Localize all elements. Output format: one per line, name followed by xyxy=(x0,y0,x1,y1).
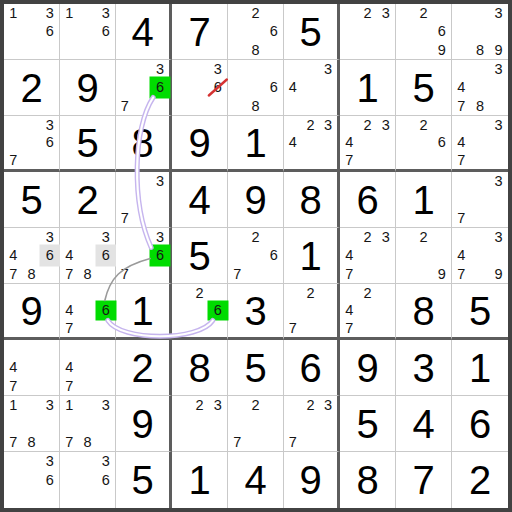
empty-slot xyxy=(489,97,508,115)
candidate-7[interactable]: 7 xyxy=(452,151,471,169)
candidate-9[interactable]: 9 xyxy=(433,265,451,283)
empty-slot xyxy=(377,284,395,302)
cell-r9c8[interactable]: 7 xyxy=(396,452,452,508)
empty-slot xyxy=(302,319,320,337)
cell-r8c2[interactable]: 1378 xyxy=(60,396,116,452)
empty-slot xyxy=(134,265,152,283)
digit: 1 xyxy=(284,228,337,283)
candidate-3[interactable]: 3 xyxy=(151,228,169,246)
candidate-7[interactable]: 7 xyxy=(340,265,358,283)
candidate-7[interactable]: 7 xyxy=(116,209,134,227)
cell-r5c5[interactable]: 267 xyxy=(228,228,284,284)
cell-r2c6[interactable]: 34 xyxy=(284,60,340,116)
candidate-4[interactable]: 4 xyxy=(60,358,78,376)
candidate-8[interactable]: 8 xyxy=(78,433,96,451)
candidate-3[interactable]: 3 xyxy=(151,60,169,78)
candidate-3[interactable]: 3 xyxy=(489,60,508,78)
candidate-8[interactable]: 8 xyxy=(22,433,40,451)
cell-r6c7[interactable]: 247 xyxy=(340,284,396,340)
candidate-1[interactable]: 1 xyxy=(60,396,78,414)
candidate-grid: 47 xyxy=(4,340,59,395)
cell-r7c6[interactable]: 6 xyxy=(284,340,340,396)
candidate-6[interactable]: 6 xyxy=(151,246,169,264)
candidate-4[interactable]: 4 xyxy=(284,78,302,96)
empty-slot xyxy=(414,265,432,283)
cell-r9c7[interactable]: 8 xyxy=(340,452,396,508)
candidate-2[interactable]: 2 xyxy=(414,116,432,134)
cell-r1c8[interactable]: 269 xyxy=(396,4,452,60)
candidate-3[interactable]: 3 xyxy=(41,116,59,134)
candidate-grid: 269 xyxy=(396,4,451,59)
empty-slot xyxy=(172,414,190,432)
empty-slot xyxy=(22,340,40,358)
cell-r5c3[interactable]: 367 xyxy=(116,228,172,284)
empty-slot xyxy=(228,228,246,246)
empty-slot xyxy=(246,78,264,96)
cell-r5c8[interactable]: 29 xyxy=(396,228,452,284)
empty-slot xyxy=(358,41,376,59)
cell-r7c9[interactable]: 1 xyxy=(452,340,508,396)
candidate-2[interactable]: 2 xyxy=(358,4,376,22)
empty-slot xyxy=(209,97,227,115)
digit: 3 xyxy=(228,284,283,337)
empty-slot xyxy=(60,340,78,358)
empty-slot xyxy=(172,396,190,414)
candidate-2[interactable]: 2 xyxy=(246,4,264,22)
empty-slot xyxy=(396,134,414,152)
candidate-4[interactable]: 4 xyxy=(340,134,358,152)
candidate-6[interactable]: 6 xyxy=(41,134,59,152)
cell-r2c4[interactable]: 36 xyxy=(172,60,228,116)
empty-slot xyxy=(284,302,302,320)
candidate-7[interactable]: 7 xyxy=(60,433,78,451)
candidate-3[interactable]: 3 xyxy=(97,396,115,414)
candidate-4[interactable]: 4 xyxy=(452,78,471,96)
cell-r4c7[interactable]: 6 xyxy=(340,172,396,228)
cell-r5c9[interactable]: 3479 xyxy=(452,228,508,284)
candidate-7[interactable]: 7 xyxy=(340,319,358,337)
candidate-grid: 37 xyxy=(452,172,508,227)
digit: 2 xyxy=(116,340,169,395)
cell-r4c4[interactable]: 4 xyxy=(172,172,228,228)
empty-slot xyxy=(116,228,134,246)
candidate-6[interactable]: 6 xyxy=(97,22,115,40)
empty-slot xyxy=(209,433,227,451)
cell-r3c2[interactable]: 5 xyxy=(60,116,116,172)
cell-r1c1[interactable]: 136 xyxy=(4,4,60,60)
candidate-4[interactable]: 4 xyxy=(284,134,302,152)
candidate-7[interactable]: 7 xyxy=(228,433,246,451)
candidate-2[interactable]: 2 xyxy=(302,116,320,134)
candidate-3[interactable]: 3 xyxy=(377,116,395,134)
empty-slot xyxy=(319,97,337,115)
candidate-8[interactable]: 8 xyxy=(471,41,490,59)
candidate-grid: 2347 xyxy=(340,116,395,169)
cell-r6c2[interactable]: 467 xyxy=(60,284,116,340)
candidate-1[interactable]: 1 xyxy=(4,396,22,414)
candidate-4[interactable]: 4 xyxy=(60,246,78,264)
cell-r6c9[interactable]: 5 xyxy=(452,284,508,340)
empty-slot xyxy=(228,41,246,59)
empty-slot xyxy=(190,433,208,451)
candidate-4[interactable]: 4 xyxy=(4,246,22,264)
cell-r9c1[interactable]: 36 xyxy=(4,452,60,508)
candidate-2[interactable]: 2 xyxy=(302,284,320,302)
cell-r6c8[interactable]: 8 xyxy=(396,284,452,340)
empty-slot xyxy=(284,414,302,432)
candidate-grid: 389 xyxy=(452,4,508,59)
digit: 3 xyxy=(396,340,451,395)
candidate-grid: 3478 xyxy=(452,60,508,115)
empty-slot xyxy=(190,97,208,115)
empty-slot xyxy=(22,396,40,414)
candidate-grid: 27 xyxy=(228,396,283,451)
candidate-3[interactable]: 3 xyxy=(41,4,59,22)
candidate-6[interactable]: 6 xyxy=(265,22,283,40)
candidate-7[interactable]: 7 xyxy=(60,377,78,395)
cell-r5c7[interactable]: 2347 xyxy=(340,228,396,284)
cell-r7c3[interactable]: 2 xyxy=(116,340,172,396)
candidate-8[interactable]: 8 xyxy=(246,97,264,115)
empty-slot xyxy=(134,60,152,78)
candidate-3[interactable]: 3 xyxy=(489,4,508,22)
cell-r8c6[interactable]: 237 xyxy=(284,396,340,452)
candidate-7[interactable]: 7 xyxy=(452,97,471,115)
empty-slot xyxy=(22,471,40,490)
digit: 6 xyxy=(284,340,337,395)
cell-r9c2[interactable]: 36 xyxy=(60,452,116,508)
candidate-7[interactable]: 7 xyxy=(116,265,134,283)
candidate-3[interactable]: 3 xyxy=(377,228,395,246)
empty-slot xyxy=(471,246,490,264)
cell-r4c1[interactable]: 5 xyxy=(4,172,60,228)
cell-r5c4[interactable]: 5 xyxy=(172,228,228,284)
cell-r3c1[interactable]: 367 xyxy=(4,116,60,172)
candidate-7[interactable]: 7 xyxy=(4,151,22,169)
candidate-3[interactable]: 3 xyxy=(319,116,337,134)
candidate-3[interactable]: 3 xyxy=(209,60,227,78)
empty-slot xyxy=(22,452,40,471)
cell-r1c9[interactable]: 389 xyxy=(452,4,508,60)
cell-r5c1[interactable]: 34678 xyxy=(4,228,60,284)
candidate-3[interactable]: 3 xyxy=(209,396,227,414)
candidate-2[interactable]: 2 xyxy=(358,228,376,246)
empty-slot xyxy=(78,41,96,59)
cell-r9c9[interactable]: 2 xyxy=(452,452,508,508)
empty-slot xyxy=(4,414,22,432)
candidate-2[interactable]: 2 xyxy=(414,228,432,246)
candidate-8[interactable]: 8 xyxy=(471,97,490,115)
digit: 9 xyxy=(284,452,337,508)
candidate-4[interactable]: 4 xyxy=(60,302,78,320)
candidate-6[interactable]: 6 xyxy=(41,471,59,490)
candidate-8[interactable]: 8 xyxy=(78,265,96,283)
cell-r7c1[interactable]: 47 xyxy=(4,340,60,396)
candidate-2[interactable]: 2 xyxy=(358,284,376,302)
candidate-4[interactable]: 4 xyxy=(452,246,471,264)
cell-r4c3[interactable]: 37 xyxy=(116,172,172,228)
candidate-grid: 237 xyxy=(284,396,337,451)
candidate-2[interactable]: 2 xyxy=(302,396,320,414)
candidate-3[interactable]: 3 xyxy=(151,172,169,190)
empty-slot xyxy=(471,190,490,208)
empty-slot xyxy=(172,78,190,96)
cell-r5c6[interactable]: 1 xyxy=(284,228,340,284)
cell-r4c2[interactable]: 2 xyxy=(60,172,116,228)
candidate-2[interactable]: 2 xyxy=(190,396,208,414)
digit: 5 xyxy=(60,116,115,169)
empty-slot xyxy=(377,22,395,40)
candidate-7[interactable]: 7 xyxy=(4,265,22,283)
cell-r4c8[interactable]: 1 xyxy=(396,172,452,228)
candidate-7[interactable]: 7 xyxy=(452,209,471,227)
candidate-2[interactable]: 2 xyxy=(246,228,264,246)
cell-r1c3[interactable]: 4 xyxy=(116,4,172,60)
cell-r2c1[interactable]: 2 xyxy=(4,60,60,116)
cell-r6c4[interactable]: 26 xyxy=(172,284,228,340)
candidate-6[interactable]: 6 xyxy=(41,22,59,40)
cell-r6c1[interactable]: 9 xyxy=(4,284,60,340)
cell-r2c8[interactable]: 5 xyxy=(396,60,452,116)
empty-slot xyxy=(319,433,337,451)
candidate-grid: 1378 xyxy=(60,396,115,451)
cell-r3c6[interactable]: 234 xyxy=(284,116,340,172)
candidate-4[interactable]: 4 xyxy=(340,302,358,320)
empty-slot xyxy=(452,172,471,190)
cell-r3c9[interactable]: 347 xyxy=(452,116,508,172)
empty-slot xyxy=(396,41,414,59)
candidate-1[interactable]: 1 xyxy=(4,4,22,22)
candidate-3[interactable]: 3 xyxy=(489,116,508,134)
candidate-8[interactable]: 8 xyxy=(22,265,40,283)
candidate-grid: 26 xyxy=(172,284,227,337)
candidate-grid: 267 xyxy=(228,228,283,283)
candidate-6[interactable]: 6 xyxy=(151,78,169,96)
candidate-3[interactable]: 3 xyxy=(319,60,337,78)
cell-r9c6[interactable]: 9 xyxy=(284,452,340,508)
cell-r1c4[interactable]: 7 xyxy=(172,4,228,60)
cell-r8c5[interactable]: 27 xyxy=(228,396,284,452)
empty-slot xyxy=(97,265,115,283)
digit: 6 xyxy=(340,172,395,227)
candidate-3[interactable]: 3 xyxy=(377,4,395,22)
cell-r9c5[interactable]: 4 xyxy=(228,452,284,508)
cell-r9c4[interactable]: 1 xyxy=(172,452,228,508)
candidate-grid: 34678 xyxy=(4,228,59,283)
candidate-8[interactable]: 8 xyxy=(246,41,264,59)
empty-slot xyxy=(4,340,22,358)
cell-r9c3[interactable]: 5 xyxy=(116,452,172,508)
cell-r7c7[interactable]: 9 xyxy=(340,340,396,396)
candidate-grid: 34 xyxy=(284,60,337,115)
empty-slot xyxy=(489,22,508,40)
empty-slot xyxy=(78,452,96,471)
cell-r8c4[interactable]: 23 xyxy=(172,396,228,452)
candidate-7[interactable]: 7 xyxy=(284,319,302,337)
empty-slot xyxy=(433,4,451,22)
cell-r2c3[interactable]: 367 xyxy=(116,60,172,116)
candidate-6[interactable]: 6 xyxy=(97,246,115,264)
empty-slot xyxy=(78,22,96,40)
digit: 4 xyxy=(116,4,169,59)
candidate-9[interactable]: 9 xyxy=(433,41,451,59)
candidate-3[interactable]: 3 xyxy=(41,452,59,471)
cell-r8c7[interactable]: 5 xyxy=(340,396,396,452)
candidate-6[interactable]: 6 xyxy=(41,246,59,264)
empty-slot xyxy=(471,60,490,78)
cell-r1c6[interactable]: 5 xyxy=(284,4,340,60)
candidate-7[interactable]: 7 xyxy=(228,265,246,283)
empty-slot xyxy=(471,209,490,227)
candidate-4[interactable]: 4 xyxy=(340,246,358,264)
empty-slot xyxy=(358,134,376,152)
empty-slot xyxy=(265,4,283,22)
empty-slot xyxy=(78,396,96,414)
candidate-2[interactable]: 2 xyxy=(246,396,264,414)
empty-slot xyxy=(489,209,508,227)
candidate-3[interactable]: 3 xyxy=(97,452,115,471)
empty-slot xyxy=(471,172,490,190)
candidate-6[interactable]: 6 xyxy=(265,78,283,96)
empty-slot xyxy=(246,414,264,432)
cell-r6c6[interactable]: 27 xyxy=(284,284,340,340)
cell-r7c4[interactable]: 8 xyxy=(172,340,228,396)
digit: 1 xyxy=(452,340,508,395)
candidate-7[interactable]: 7 xyxy=(60,265,78,283)
cell-r4c6[interactable]: 8 xyxy=(284,172,340,228)
empty-slot xyxy=(134,209,152,227)
candidate-4[interactable]: 4 xyxy=(452,134,471,152)
candidate-grid: 23 xyxy=(340,4,395,59)
candidate-6[interactable]: 6 xyxy=(433,134,451,152)
digit: 2 xyxy=(60,172,115,227)
empty-slot xyxy=(319,78,337,96)
cell-r3c3[interactable]: 8 xyxy=(116,116,172,172)
cell-r8c9[interactable]: 6 xyxy=(452,396,508,452)
candidate-7[interactable]: 7 xyxy=(340,151,358,169)
candidate-7[interactable]: 7 xyxy=(4,377,22,395)
candidate-2[interactable]: 2 xyxy=(414,4,432,22)
cell-r8c8[interactable]: 4 xyxy=(396,396,452,452)
empty-slot xyxy=(452,60,471,78)
cell-r3c8[interactable]: 26 xyxy=(396,116,452,172)
empty-slot xyxy=(452,41,471,59)
candidate-6[interactable]: 6 xyxy=(97,302,115,320)
candidate-6[interactable]: 6 xyxy=(209,78,227,96)
cell-r7c2[interactable]: 47 xyxy=(60,340,116,396)
candidate-7[interactable]: 7 xyxy=(60,319,78,337)
cell-r4c9[interactable]: 37 xyxy=(452,172,508,228)
cell-r3c5[interactable]: 1 xyxy=(228,116,284,172)
candidate-grid: 234 xyxy=(284,116,337,169)
empty-slot xyxy=(377,265,395,283)
cell-r1c5[interactable]: 268 xyxy=(228,4,284,60)
empty-slot xyxy=(246,22,264,40)
candidate-3[interactable]: 3 xyxy=(41,396,59,414)
candidate-7[interactable]: 7 xyxy=(116,97,134,115)
candidate-3[interactable]: 3 xyxy=(489,172,508,190)
empty-slot xyxy=(22,358,40,376)
empty-slot xyxy=(396,228,414,246)
candidate-7[interactable]: 7 xyxy=(284,433,302,451)
empty-slot xyxy=(60,41,78,59)
cell-r2c5[interactable]: 68 xyxy=(228,60,284,116)
cell-r3c7[interactable]: 2347 xyxy=(340,116,396,172)
empty-slot xyxy=(265,265,283,283)
cell-r7c5[interactable]: 5 xyxy=(228,340,284,396)
digit: 4 xyxy=(396,396,451,451)
candidate-2[interactable]: 2 xyxy=(358,116,376,134)
cell-r2c2[interactable]: 9 xyxy=(60,60,116,116)
empty-slot xyxy=(396,116,414,134)
candidate-7[interactable]: 7 xyxy=(452,265,471,283)
empty-slot xyxy=(284,97,302,115)
cell-r2c7[interactable]: 1 xyxy=(340,60,396,116)
empty-slot xyxy=(4,228,22,246)
candidate-3[interactable]: 3 xyxy=(41,228,59,246)
cell-r1c7[interactable]: 23 xyxy=(340,4,396,60)
digit: 1 xyxy=(116,284,169,337)
empty-slot xyxy=(246,246,264,264)
empty-slot xyxy=(78,414,96,432)
candidate-6[interactable]: 6 xyxy=(209,302,227,320)
candidate-grid: 23 xyxy=(172,396,227,451)
empty-slot xyxy=(302,60,320,78)
candidate-3[interactable]: 3 xyxy=(489,228,508,246)
cell-r6c3[interactable]: 1 xyxy=(116,284,172,340)
empty-slot xyxy=(97,358,115,376)
empty-slot xyxy=(284,151,302,169)
digit: 8 xyxy=(396,284,451,337)
digit: 7 xyxy=(396,452,451,508)
cell-r8c1[interactable]: 1378 xyxy=(4,396,60,452)
candidate-grid: 34678 xyxy=(60,228,115,283)
candidate-6[interactable]: 6 xyxy=(433,22,451,40)
digit: 8 xyxy=(284,172,337,227)
candidate-2[interactable]: 2 xyxy=(190,284,208,302)
candidate-6[interactable]: 6 xyxy=(97,471,115,490)
empty-slot xyxy=(319,302,337,320)
cell-r8c3[interactable]: 9 xyxy=(116,396,172,452)
candidate-9[interactable]: 9 xyxy=(489,41,508,59)
cell-r6c5[interactable]: 3 xyxy=(228,284,284,340)
candidate-3[interactable]: 3 xyxy=(97,4,115,22)
cell-r4c5[interactable]: 9 xyxy=(228,172,284,228)
candidate-6[interactable]: 6 xyxy=(265,246,283,264)
empty-slot xyxy=(396,151,414,169)
empty-slot xyxy=(414,134,432,152)
cell-r1c2[interactable]: 136 xyxy=(60,4,116,60)
digit: 1 xyxy=(172,452,227,508)
empty-slot xyxy=(414,246,432,264)
empty-slot xyxy=(151,265,169,283)
candidate-3[interactable]: 3 xyxy=(97,228,115,246)
cell-r3c4[interactable]: 9 xyxy=(172,116,228,172)
cell-r2c9[interactable]: 3478 xyxy=(452,60,508,116)
digit: 1 xyxy=(396,172,451,227)
cell-r7c8[interactable]: 3 xyxy=(396,340,452,396)
empty-slot xyxy=(452,22,471,40)
candidate-9[interactable]: 9 xyxy=(489,265,508,283)
empty-slot xyxy=(471,116,490,134)
candidate-3[interactable]: 3 xyxy=(319,396,337,414)
candidate-1[interactable]: 1 xyxy=(60,4,78,22)
empty-slot xyxy=(41,265,59,283)
candidate-4[interactable]: 4 xyxy=(4,358,22,376)
candidate-7[interactable]: 7 xyxy=(4,433,22,451)
cell-r5c2[interactable]: 34678 xyxy=(60,228,116,284)
empty-slot xyxy=(22,116,40,134)
